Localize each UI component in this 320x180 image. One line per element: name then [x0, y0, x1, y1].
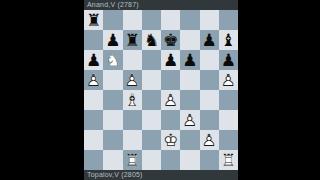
square-c6[interactable] [123, 50, 142, 70]
square-h2[interactable] [219, 130, 238, 150]
square-b6[interactable]: ♞♘ [103, 50, 122, 70]
square-g4[interactable] [200, 90, 219, 110]
square-g7[interactable]: ♟ [200, 30, 219, 50]
black-pawn: ♟ [103, 30, 122, 50]
black-rook: ♜ [84, 10, 103, 30]
square-g8[interactable] [200, 10, 219, 30]
white-rook-fill: ♜ [219, 150, 238, 170]
white-pawn-fill: ♟ [219, 70, 238, 90]
square-c2[interactable] [123, 130, 142, 150]
square-b1[interactable] [103, 150, 122, 170]
white-pawn-fill: ♟ [123, 70, 142, 90]
black-pawn: ♟ [200, 30, 219, 50]
black-pawn: ♟ [161, 50, 180, 70]
square-e6[interactable]: ♟ [161, 50, 180, 70]
white-pawn: ♙ [219, 70, 238, 90]
square-d2[interactable] [142, 130, 161, 150]
square-d4[interactable] [142, 90, 161, 110]
bottom-player-label: Topalov,V (2805) [87, 171, 143, 178]
square-h7[interactable]: ♝ [219, 30, 238, 50]
square-e8[interactable] [161, 10, 180, 30]
square-f5[interactable] [180, 70, 199, 90]
white-bishop: ♗ [123, 90, 142, 110]
square-e1[interactable] [161, 150, 180, 170]
white-bishop-fill: ♝ [123, 90, 142, 110]
white-pawn-fill: ♟ [200, 130, 219, 150]
white-pawn-fill: ♟ [161, 90, 180, 110]
black-pawn: ♟ [180, 50, 199, 70]
square-e4[interactable]: ♟♙ [161, 90, 180, 110]
square-c5[interactable]: ♟♙ [123, 70, 142, 90]
black-king: ♚ [161, 30, 180, 50]
square-f6[interactable]: ♟ [180, 50, 199, 70]
black-pawn: ♟ [219, 50, 238, 70]
square-a6[interactable]: ♟ [84, 50, 103, 70]
white-pawn: ♙ [123, 70, 142, 90]
square-g5[interactable] [200, 70, 219, 90]
square-b7[interactable]: ♟ [103, 30, 122, 50]
black-rook: ♜ [123, 30, 142, 50]
square-f2[interactable] [180, 130, 199, 150]
white-king-fill: ♚ [161, 130, 180, 150]
square-b3[interactable] [103, 110, 122, 130]
square-d6[interactable] [142, 50, 161, 70]
square-f8[interactable] [180, 10, 199, 30]
square-e7[interactable]: ♚ [161, 30, 180, 50]
square-c1[interactable]: ♜♖ [123, 150, 142, 170]
square-c7[interactable]: ♜ [123, 30, 142, 50]
game-panel: Anand,V (2787) ♜♟♜♞♚♟♝♟♞♘♟♟♟♟♙♟♙♟♙♝♗♟♙♟♙… [84, 0, 238, 180]
square-b5[interactable] [103, 70, 122, 90]
white-pawn-fill: ♟ [84, 70, 103, 90]
white-king: ♔ [161, 130, 180, 150]
black-pawn: ♟ [84, 50, 103, 70]
top-player-bar: Anand,V (2787) [84, 0, 238, 10]
square-b2[interactable] [103, 130, 122, 150]
square-d8[interactable] [142, 10, 161, 30]
letterbox-background: Anand,V (2787) ♜♟♜♞♚♟♝♟♞♘♟♟♟♟♙♟♙♟♙♝♗♟♙♟♙… [0, 0, 320, 180]
white-pawn: ♙ [84, 70, 103, 90]
square-e5[interactable] [161, 70, 180, 90]
black-bishop: ♝ [219, 30, 238, 50]
square-d1[interactable] [142, 150, 161, 170]
black-knight: ♞ [142, 30, 161, 50]
square-e3[interactable] [161, 110, 180, 130]
square-b8[interactable] [103, 10, 122, 30]
white-rook: ♖ [219, 150, 238, 170]
white-pawn: ♙ [200, 130, 219, 150]
square-f3[interactable]: ♟♙ [180, 110, 199, 130]
square-h6[interactable]: ♟ [219, 50, 238, 70]
square-a2[interactable] [84, 130, 103, 150]
square-g1[interactable] [200, 150, 219, 170]
square-a7[interactable] [84, 30, 103, 50]
square-h3[interactable] [219, 110, 238, 130]
top-player-label: Anand,V (2787) [87, 1, 139, 8]
square-h8[interactable] [219, 10, 238, 30]
white-pawn: ♙ [180, 110, 199, 130]
square-g3[interactable] [200, 110, 219, 130]
white-pawn-fill: ♟ [180, 110, 199, 130]
square-c8[interactable] [123, 10, 142, 30]
square-d7[interactable]: ♞ [142, 30, 161, 50]
white-rook-fill: ♜ [123, 150, 142, 170]
square-a4[interactable] [84, 90, 103, 110]
square-b4[interactable] [103, 90, 122, 110]
chess-board[interactable]: ♜♟♜♞♚♟♝♟♞♘♟♟♟♟♙♟♙♟♙♝♗♟♙♟♙♚♔♟♙♜♖♜♖ [84, 10, 238, 170]
square-c3[interactable] [123, 110, 142, 130]
white-pawn: ♙ [161, 90, 180, 110]
square-g6[interactable] [200, 50, 219, 70]
square-f7[interactable] [180, 30, 199, 50]
square-a5[interactable]: ♟♙ [84, 70, 103, 90]
white-knight-fill: ♞ [103, 50, 122, 70]
square-a1[interactable] [84, 150, 103, 170]
bottom-player-bar: Topalov,V (2805) [84, 170, 238, 180]
square-c4[interactable]: ♝♗ [123, 90, 142, 110]
square-a3[interactable] [84, 110, 103, 130]
white-rook: ♖ [123, 150, 142, 170]
square-e2[interactable]: ♚♔ [161, 130, 180, 150]
square-f4[interactable] [180, 90, 199, 110]
square-d3[interactable] [142, 110, 161, 130]
square-h1[interactable]: ♜♖ [219, 150, 238, 170]
square-h4[interactable] [219, 90, 238, 110]
square-g2[interactable]: ♟♙ [200, 130, 219, 150]
square-d5[interactable] [142, 70, 161, 90]
square-h5[interactable]: ♟♙ [219, 70, 238, 90]
square-f1[interactable] [180, 150, 199, 170]
white-knight: ♘ [103, 50, 122, 70]
square-a8[interactable]: ♜ [84, 10, 103, 30]
